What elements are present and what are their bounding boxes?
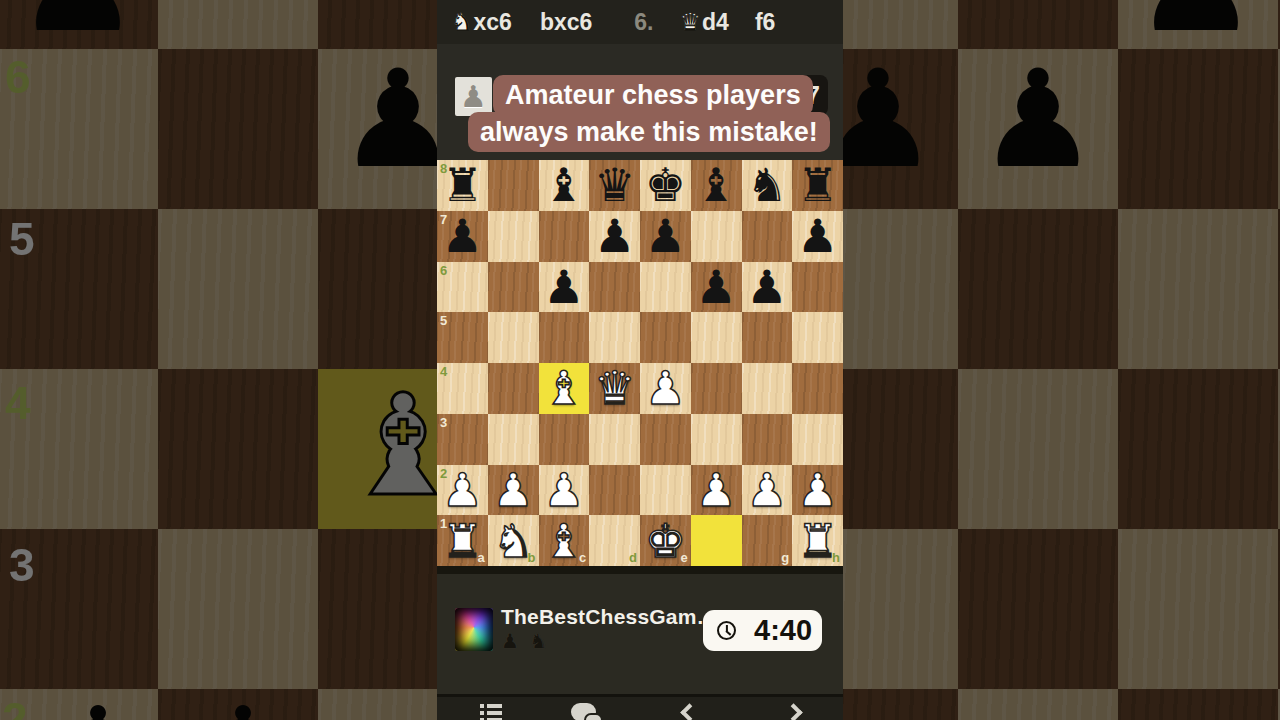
background-black-pawn: ♟ [183,694,303,720]
white-bishop[interactable]: ♝ [543,363,584,413]
background-square [958,209,1118,369]
comments-icon[interactable] [571,703,603,720]
background-black-pawn: ♟ [1126,0,1266,52]
white-pawn[interactable]: ♟ [645,363,686,413]
square-e5[interactable] [640,312,691,363]
square-f5[interactable] [691,312,742,363]
square-b3[interactable] [488,414,539,465]
square-h1[interactable]: h♜ [792,515,843,566]
captured-pieces: ♟ ♞ [501,629,549,653]
square-c7[interactable] [539,211,590,262]
square-d3[interactable] [589,414,640,465]
background-square [158,369,318,529]
background-black-pawn: ♟ [968,52,1108,187]
black-pawn[interactable]: ♟ [594,211,635,261]
black-pawn[interactable]: ♟ [442,211,483,261]
square-c1[interactable]: c♝ [539,515,590,566]
file-label: g [781,551,789,564]
square-f7[interactable] [691,211,742,262]
file-label: b [528,551,536,564]
file-label: h [832,551,840,564]
square-d7[interactable]: ♟ [589,211,640,262]
background-square [1118,369,1278,529]
square-c6[interactable]: ♟ [539,262,590,313]
black-knight[interactable]: ♞ [746,160,787,210]
timer-pill[interactable]: 4:40 [703,610,822,651]
black-king[interactable]: ♚ [645,160,686,210]
black-bishop[interactable]: ♝ [543,160,584,210]
square-h2[interactable]: ♟ [792,465,843,516]
white-pawn[interactable]: ♟ [442,465,483,515]
background-square [1118,49,1278,209]
rank-label: 2 [440,467,447,480]
square-g7[interactable] [742,211,793,262]
background-rank-label: 2 [2,696,28,720]
moves-list-icon[interactable] [480,704,502,720]
background-square [158,49,318,209]
video-frame: ♟ ♟ ♟ ♟ ♟ ♝ ♟ ♟ 6 5 4 3 2 ♞xc6 bxc6 6. ♛… [0,0,1280,720]
square-h3[interactable] [792,414,843,465]
background-rank-label: 5 [9,216,35,262]
rank-label: 1 [440,517,447,530]
square-b8[interactable] [488,160,539,211]
white-queen-icon: ♛ [680,10,702,34]
square-g1[interactable]: g [742,515,793,566]
move-item-qd4[interactable]: ♛d4 [680,9,729,36]
background-square [158,0,318,49]
black-queen[interactable]: ♛ [594,160,635,210]
move-number: 6. [634,9,653,36]
rank-label: 8 [440,162,447,175]
rank-label: 6 [440,264,447,277]
move-list-bar: ♞xc6 bxc6 6. ♛d4 f6 [437,0,843,44]
square-g6[interactable]: ♟ [742,262,793,313]
next-move-icon[interactable] [784,703,802,720]
square-a5[interactable]: 5 [437,312,488,363]
time-remaining: 4:40 [754,614,812,647]
rank-label: 3 [440,416,447,429]
background-square [158,209,318,369]
square-g3[interactable] [742,414,793,465]
channel-name[interactable]: TheBestChessGam… [501,605,718,629]
bottom-nav-bar [437,694,843,720]
square-g8[interactable]: ♞ [742,160,793,211]
move-item-f6[interactable]: f6 [755,9,775,36]
square-b2[interactable]: ♟ [488,465,539,516]
square-h5[interactable] [792,312,843,363]
square-h7[interactable]: ♟ [792,211,843,262]
file-label: d [629,551,637,564]
square-h4[interactable] [792,363,843,414]
square-e4[interactable]: ♟ [640,363,691,414]
square-e8[interactable]: ♚ [640,160,691,211]
square-a8[interactable]: 8♜ [437,160,488,211]
square-c3[interactable] [539,414,590,465]
rank-label: 5 [440,314,447,327]
square-e6[interactable] [640,262,691,313]
square-d6[interactable] [589,262,640,313]
file-label: a [478,551,485,564]
square-a6[interactable]: 6 [437,262,488,313]
square-e3[interactable] [640,414,691,465]
square-h6[interactable] [792,262,843,313]
background-black-pawn: ♟ [8,0,148,52]
chess-board: 8♜♝♛♚♝♞♜7♟♟♟♟6♟♟♟54♝♛♟32♟♟♟♟♟♟1a♜b♞c♝de♚… [437,160,843,566]
square-a7[interactable]: 7♟ [437,211,488,262]
move-text: d4 [702,9,729,36]
rank-label: 4 [440,365,447,378]
white-queen[interactable]: ♛ [594,363,635,413]
square-f3[interactable] [691,414,742,465]
square-d2[interactable] [589,465,640,516]
black-pawn[interactable]: ♟ [645,211,686,261]
square-f2[interactable]: ♟ [691,465,742,516]
background-square [958,689,1118,720]
black-rook[interactable]: ♜ [797,160,838,210]
square-f1[interactable] [691,515,742,566]
black-pawn[interactable]: ♟ [696,262,737,312]
rank-label: 7 [440,213,447,226]
board-bottom-edge [437,566,843,574]
background-rank-label: 6 [5,54,31,100]
square-a3[interactable]: 3 [437,414,488,465]
move-item-bxc6[interactable]: bxc6 [540,9,592,36]
white-knight-icon: ♞ [451,10,473,34]
black-pawn[interactable]: ♟ [543,262,584,312]
background-square [1118,209,1278,369]
square-c4[interactable]: ♝ [539,363,590,414]
square-d5[interactable] [589,312,640,363]
white-pawn[interactable]: ♟ [493,465,534,515]
background-rank-label: 3 [9,542,35,588]
file-label: c [579,551,586,564]
square-b6[interactable] [488,262,539,313]
background-rank-label: 4 [5,380,31,426]
black-pawn[interactable]: ♟ [746,262,787,312]
move-item-nxc6[interactable]: ♞xc6 [451,9,512,36]
square-g2[interactable]: ♟ [742,465,793,516]
background-square [1118,689,1278,720]
file-label: e [681,551,688,564]
previous-move-icon[interactable] [680,703,698,720]
square-f8[interactable]: ♝ [691,160,742,211]
black-rook[interactable]: ♜ [442,160,483,210]
square-a4[interactable]: 4 [437,363,488,414]
background-square [1118,529,1278,689]
square-d8[interactable]: ♛ [589,160,640,211]
footer-panel: TheBestChessGam… ♟ ♞ 4:40 [437,574,843,694]
square-e7[interactable]: ♟ [640,211,691,262]
background-square [958,369,1118,529]
black-bishop[interactable]: ♝ [696,160,737,210]
background-square [158,529,318,689]
square-a2[interactable]: 2♟ [437,465,488,516]
background-black-pawn: ♟ [38,694,158,720]
square-b5[interactable] [488,312,539,363]
square-c8[interactable]: ♝ [539,160,590,211]
square-d4[interactable]: ♛ [589,363,640,414]
square-e1[interactable]: e♚ [640,515,691,566]
channel-avatar[interactable] [455,608,493,651]
square-b1[interactable]: b♞ [488,515,539,566]
square-d1[interactable]: d [589,515,640,566]
square-f4[interactable] [691,363,742,414]
background-square [958,529,1118,689]
square-b7[interactable] [488,211,539,262]
square-b4[interactable] [488,363,539,414]
white-pawn[interactable]: ♟ [543,465,584,515]
square-g5[interactable] [742,312,793,363]
white-pawn[interactable]: ♟ [746,465,787,515]
square-c5[interactable] [539,312,590,363]
square-a1[interactable]: 1a♜ [437,515,488,566]
square-g4[interactable] [742,363,793,414]
square-f6[interactable]: ♟ [691,262,742,313]
square-c2[interactable]: ♟ [539,465,590,516]
clock-icon [717,621,736,640]
video-content-column: ♞xc6 bxc6 6. ♛d4 f6 8♜♝♛♚♝♞♜7♟♟♟♟6♟♟♟54♝… [437,0,843,720]
square-h8[interactable]: ♜ [792,160,843,211]
white-pawn[interactable]: ♟ [797,465,838,515]
white-pawn[interactable]: ♟ [696,465,737,515]
square-e2[interactable] [640,465,691,516]
move-text: xc6 [474,9,512,36]
black-pawn[interactable]: ♟ [797,211,838,261]
